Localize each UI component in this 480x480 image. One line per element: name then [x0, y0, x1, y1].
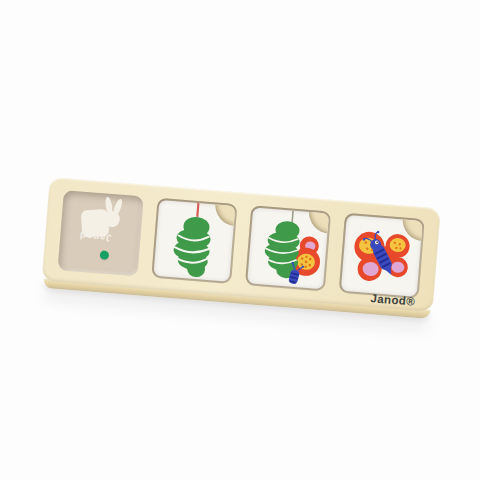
slot-1-empty[interactable]: Janod	[58, 190, 144, 276]
photo-background: Janod	[0, 0, 480, 480]
slot-3	[245, 205, 331, 291]
green-dot	[99, 250, 109, 260]
tile-butterfly[interactable]	[341, 215, 423, 297]
tile-chrysalis-hatching[interactable]	[247, 207, 329, 289]
slot-2	[151, 198, 237, 284]
brand-text: Janod®	[370, 292, 416, 308]
puzzle-board: Janod	[41, 177, 441, 319]
tile-chrysalis[interactable]	[153, 200, 235, 282]
slot-4	[339, 213, 425, 299]
